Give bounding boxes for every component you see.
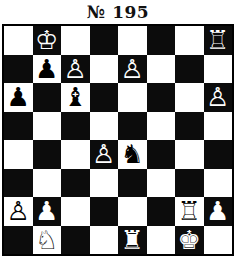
piece-black-pawn: ♟: [35, 55, 58, 83]
square-c2: [61, 197, 90, 226]
square-b2: ♟: [33, 197, 62, 226]
square-a8: [4, 26, 33, 55]
square-a2: ♙: [4, 197, 33, 226]
square-h1: [204, 226, 233, 255]
square-c1: [61, 226, 90, 255]
square-f4: [147, 140, 176, 169]
piece-white-king: ♔: [35, 26, 58, 54]
piece-black-pawn: ♟: [7, 83, 30, 111]
square-e8: [118, 26, 147, 55]
square-h7: [204, 55, 233, 84]
square-c5: [61, 112, 90, 141]
square-h8: ♖: [204, 26, 233, 55]
piece-white-rook: ♖: [178, 197, 201, 225]
square-c6: ♝: [61, 83, 90, 112]
square-d3: [90, 169, 119, 198]
square-g3: [175, 169, 204, 198]
square-g1: ♚: [175, 226, 204, 255]
square-e7: ♙: [118, 55, 147, 84]
square-e3: [118, 169, 147, 198]
piece-white-knight: ♘: [35, 226, 58, 254]
square-h3: [204, 169, 233, 198]
square-d4: ♙: [90, 140, 119, 169]
square-d5: [90, 112, 119, 141]
square-e6: [118, 83, 147, 112]
square-a1: [4, 226, 33, 255]
square-e4: ♞: [118, 140, 147, 169]
piece-white-pawn: ♙: [121, 55, 144, 83]
piece-white-pawn: ♙: [7, 197, 30, 225]
square-e5: [118, 112, 147, 141]
square-d1: [90, 226, 119, 255]
problem-number-title: № 195: [87, 0, 149, 24]
square-f2: [147, 197, 176, 226]
square-c8: [61, 26, 90, 55]
square-c7: ♙: [61, 55, 90, 84]
piece-black-bishop: ♝: [64, 83, 87, 111]
square-h4: [204, 140, 233, 169]
square-g4: [175, 140, 204, 169]
square-g6: [175, 83, 204, 112]
square-a3: [4, 169, 33, 198]
square-d6: [90, 83, 119, 112]
square-f3: [147, 169, 176, 198]
square-f1: [147, 226, 176, 255]
square-b6: [33, 83, 62, 112]
square-b3: [33, 169, 62, 198]
square-d7: [90, 55, 119, 84]
square-h2: ♟: [204, 197, 233, 226]
square-f7: [147, 55, 176, 84]
square-b8: ♔: [33, 26, 62, 55]
square-h6: ♙: [204, 83, 233, 112]
piece-white-pawn: ♙: [92, 140, 115, 168]
piece-white-pawn: ♙: [64, 55, 87, 83]
piece-white-rook: ♖: [206, 26, 229, 54]
square-a5: [4, 112, 33, 141]
piece-black-rook: ♜: [121, 226, 144, 254]
square-b7: ♟: [33, 55, 62, 84]
square-b1: ♘: [33, 226, 62, 255]
square-b5: [33, 112, 62, 141]
square-a7: [4, 55, 33, 84]
square-g8: [175, 26, 204, 55]
square-b4: [33, 140, 62, 169]
piece-black-king: ♚: [178, 226, 201, 254]
piece-black-pawn: ♟: [206, 197, 229, 225]
square-g7: [175, 55, 204, 84]
piece-black-pawn: ♟: [35, 197, 58, 225]
piece-black-knight: ♞: [121, 140, 144, 168]
square-f8: [147, 26, 176, 55]
square-e2: [118, 197, 147, 226]
chess-board: ♔♖♟♙♙♟♝♙♙♞♙♟♖♟♘♜♚: [2, 24, 234, 256]
square-f5: [147, 112, 176, 141]
square-c3: [61, 169, 90, 198]
square-a4: [4, 140, 33, 169]
square-c4: [61, 140, 90, 169]
piece-white-pawn: ♙: [206, 83, 229, 111]
square-e1: ♜: [118, 226, 147, 255]
square-d8: [90, 26, 119, 55]
square-a6: ♟: [4, 83, 33, 112]
square-f6: [147, 83, 176, 112]
square-g2: ♖: [175, 197, 204, 226]
square-g5: [175, 112, 204, 141]
square-d2: [90, 197, 119, 226]
chess-problem-diagram: № 195 ♔♖♟♙♙♟♝♙♙♞♙♟♖♟♘♜♚: [0, 0, 236, 260]
square-h5: [204, 112, 233, 141]
